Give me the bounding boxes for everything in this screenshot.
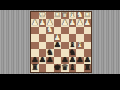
square-d6[interactable]: [61, 49, 69, 57]
square-b1[interactable]: ♞: [76, 12, 84, 20]
square-d5[interactable]: [61, 42, 69, 50]
square-f2[interactable]: ♟: [46, 19, 54, 27]
square-g7[interactable]: ♟: [39, 57, 47, 65]
square-f7[interactable]: ♟: [46, 57, 54, 65]
white-rook-a1-piece: ♜: [84, 12, 91, 19]
square-c2[interactable]: ♟: [69, 19, 77, 27]
white-knight-b1-piece: ♞: [76, 12, 83, 19]
square-e2[interactable]: [54, 19, 62, 27]
black-pawn-h7-piece: ♟: [31, 57, 38, 64]
white-pawn-f2-piece: ♟: [46, 19, 53, 26]
black-pawn-b7-piece: ♟: [76, 57, 83, 64]
square-f1[interactable]: [46, 12, 54, 20]
square-h1[interactable]: [31, 12, 39, 20]
square-e1[interactable]: ♜: [54, 12, 62, 20]
square-b3[interactable]: [76, 27, 84, 35]
white-pawn-a2-piece: ♟: [84, 19, 91, 26]
square-b7[interactable]: ♟: [76, 57, 84, 65]
square-a2[interactable]: ♟: [84, 19, 92, 27]
square-e4[interactable]: ♟: [54, 34, 62, 42]
square-b2[interactable]: ♟: [76, 19, 84, 27]
square-d7[interactable]: ♟: [61, 57, 69, 65]
square-h5[interactable]: [31, 42, 39, 50]
square-c6[interactable]: ♞: [69, 49, 77, 57]
white-rook-e1-piece: ♜: [54, 12, 61, 19]
white-queen-d1-piece: ♛: [61, 12, 68, 19]
square-h2[interactable]: ♟: [31, 19, 39, 27]
square-f5[interactable]: [46, 42, 54, 50]
square-e5[interactable]: ♟: [54, 42, 62, 50]
white-king-g1-piece: ♚: [39, 12, 46, 19]
square-e3[interactable]: [54, 27, 62, 35]
square-d2[interactable]: ♟: [61, 19, 69, 27]
square-f3[interactable]: ♞: [46, 27, 54, 35]
square-g2[interactable]: ♟: [39, 19, 47, 27]
square-d8[interactable]: ♛: [61, 64, 69, 72]
square-g6[interactable]: [39, 49, 47, 57]
video-frame: ♚♜♛♝♞♜♟♟♟♟♟♟♟♞♟♟♝♝♞♞♟♟♟♟♟♟♟♜♚♛♝♜: [0, 0, 120, 90]
square-a8[interactable]: ♜: [84, 64, 92, 72]
square-b6[interactable]: [76, 49, 84, 57]
letterbox-bar-bottom: [0, 74, 120, 90]
black-knight-c6-piece: ♞: [69, 49, 76, 56]
square-a3[interactable]: [84, 27, 92, 35]
square-e7[interactable]: [54, 57, 62, 65]
white-bishop-b5-piece: ♝: [76, 42, 83, 49]
square-d3[interactable]: [61, 27, 69, 35]
square-e6[interactable]: [54, 49, 62, 57]
square-h4[interactable]: [31, 34, 39, 42]
square-b5[interactable]: ♝: [76, 42, 84, 50]
square-d4[interactable]: [61, 34, 69, 42]
square-e8[interactable]: ♚: [54, 64, 62, 72]
square-c4[interactable]: [69, 34, 77, 42]
square-a4[interactable]: [84, 34, 92, 42]
square-c1[interactable]: ♝: [69, 12, 77, 20]
square-b4[interactable]: [76, 34, 84, 42]
black-rook-a8-piece: ♜: [84, 64, 91, 71]
square-c8[interactable]: ♝: [69, 64, 77, 72]
square-g5[interactable]: [39, 42, 47, 50]
square-h8[interactable]: ♜: [31, 64, 39, 72]
square-a5[interactable]: [84, 42, 92, 50]
square-h6[interactable]: [31, 49, 39, 57]
black-bishop-c8-piece: ♝: [69, 64, 76, 71]
square-g3[interactable]: [39, 27, 47, 35]
black-rook-h8-piece: ♜: [31, 64, 38, 71]
square-d1[interactable]: ♛: [61, 12, 69, 20]
square-g8[interactable]: [39, 64, 47, 72]
white-pawn-g2-piece: ♟: [39, 19, 46, 26]
white-pawn-e4-piece: ♟: [54, 34, 61, 41]
black-pawn-a7-piece: ♟: [84, 57, 91, 64]
square-a7[interactable]: ♟: [84, 57, 92, 65]
black-bishop-c5-piece: ♝: [69, 42, 76, 49]
square-f4[interactable]: [46, 34, 54, 42]
black-knight-f6-piece: ♞: [46, 49, 53, 56]
white-pawn-c2-piece: ♟: [69, 19, 76, 26]
black-pawn-d7-piece: ♟: [61, 57, 68, 64]
square-g1[interactable]: ♚: [39, 12, 47, 20]
square-b8[interactable]: [76, 64, 84, 72]
square-a1[interactable]: ♜: [84, 12, 92, 20]
white-pawn-d2-piece: ♟: [61, 19, 68, 26]
black-queen-d8-piece: ♛: [61, 64, 68, 71]
black-pawn-c7-piece: ♟: [69, 57, 76, 64]
square-c7[interactable]: ♟: [69, 57, 77, 65]
white-knight-f3-piece: ♞: [46, 27, 53, 34]
square-c5[interactable]: ♝: [69, 42, 77, 50]
letterbox-bar-top: [0, 0, 120, 10]
black-pawn-f7-piece: ♟: [46, 57, 53, 64]
white-pawn-b2-piece: ♟: [76, 19, 83, 26]
square-g4[interactable]: [39, 34, 47, 42]
square-f6[interactable]: ♞: [46, 49, 54, 57]
square-a6[interactable]: [84, 49, 92, 57]
chess-board[interactable]: ♚♜♛♝♞♜♟♟♟♟♟♟♟♞♟♟♝♝♞♞♟♟♟♟♟♟♟♜♚♛♝♜: [30, 11, 92, 73]
square-h3[interactable]: [31, 27, 39, 35]
black-king-e8-piece: ♚: [54, 64, 61, 71]
square-h7[interactable]: ♟: [31, 57, 39, 65]
square-c3[interactable]: [69, 27, 77, 35]
white-pawn-h2-piece: ♟: [31, 19, 38, 26]
black-pawn-e5-piece: ♟: [54, 42, 61, 49]
square-f8[interactable]: [46, 64, 54, 72]
black-pawn-g7-piece: ♟: [39, 57, 46, 64]
white-bishop-c1-piece: ♝: [69, 12, 76, 19]
